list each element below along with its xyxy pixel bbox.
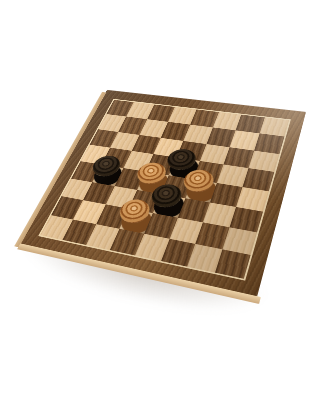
product-photo bbox=[0, 0, 327, 400]
board-playing-area bbox=[38, 99, 291, 281]
board-square[interactable] bbox=[215, 249, 250, 278]
board-grid bbox=[40, 100, 289, 279]
